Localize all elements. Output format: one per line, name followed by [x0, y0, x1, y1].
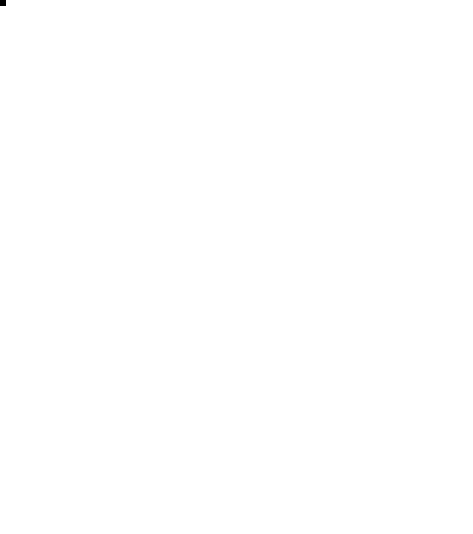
nonogram-board — [0, 0, 6, 6]
corner-box — [2, 2, 4, 4]
